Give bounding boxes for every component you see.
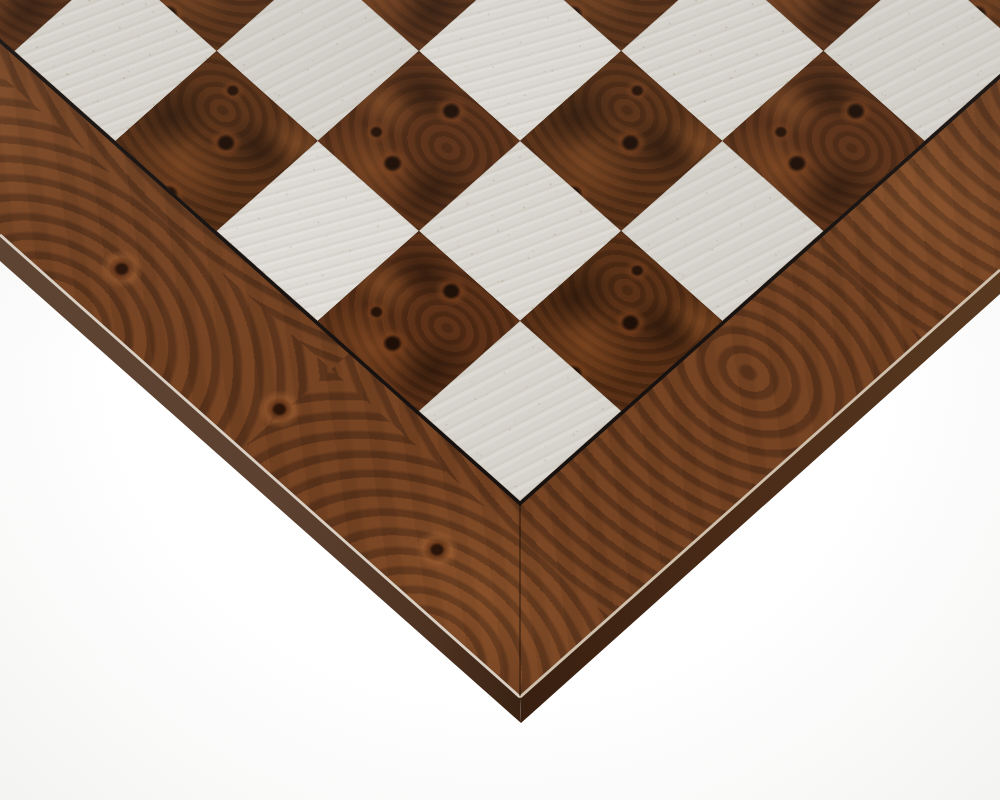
board-playing-field [0, 0, 1000, 506]
chessboard-product-photo [0, 0, 1000, 800]
board-border-frame [0, 0, 1000, 697]
chess-board [0, 0, 1000, 697]
